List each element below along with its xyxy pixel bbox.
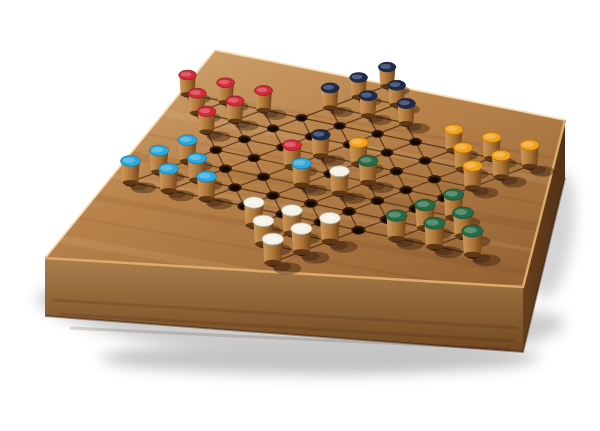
peg-top-highlight — [426, 220, 439, 226]
peg-black-5[interactable] — [359, 91, 377, 118]
peg-green-2[interactable] — [424, 217, 445, 249]
peg-top-highlight — [181, 72, 192, 77]
peg-top-highlight — [293, 225, 306, 231]
peg-top-highlight — [264, 235, 277, 241]
board-hole-center — [240, 137, 248, 142]
peg-top-highlight — [284, 142, 296, 147]
peg-top-highlight — [455, 144, 467, 149]
peg-top-highlight — [219, 80, 230, 85]
peg-top-highlight — [322, 214, 335, 220]
peg-base — [264, 260, 281, 266]
peg-top-highlight — [361, 93, 372, 98]
peg-orange-6[interactable] — [463, 160, 483, 190]
peg-black-7[interactable] — [311, 130, 330, 159]
peg-white-5[interactable] — [291, 223, 312, 255]
peg-white-6[interactable] — [262, 233, 284, 266]
peg-top-highlight — [380, 64, 390, 69]
peg-top-highlight — [151, 147, 163, 152]
peg-base — [360, 180, 376, 185]
peg-top-highlight — [161, 165, 173, 170]
peg-orange-5[interactable] — [491, 150, 511, 180]
board-hole-center — [306, 201, 315, 206]
board-hole-center — [392, 169, 401, 174]
peg-top-highlight — [189, 155, 201, 160]
peg-base — [361, 113, 375, 118]
peg-blue-1[interactable] — [121, 156, 141, 186]
peg-top-highlight — [390, 82, 401, 87]
peg-red-3[interactable] — [255, 86, 273, 113]
peg-black-6[interactable] — [397, 98, 415, 126]
peg-base — [228, 119, 243, 124]
peg-base — [313, 153, 328, 158]
board-hole-center — [344, 209, 353, 214]
peg-base — [199, 129, 214, 134]
peg-top-highlight — [313, 131, 324, 136]
peg-base — [522, 164, 537, 169]
peg-base — [160, 188, 176, 193]
board-hole-center — [402, 188, 411, 193]
board-hole-center — [298, 116, 306, 121]
board-hole-center — [411, 140, 419, 145]
board-hole-center — [374, 132, 382, 137]
peg-blue-7[interactable] — [292, 158, 312, 188]
peg-blue-2[interactable] — [158, 163, 178, 193]
peg-top-highlight — [284, 207, 297, 213]
peg-top-highlight — [332, 168, 344, 174]
peg-top-highlight — [257, 87, 268, 92]
peg-top-highlight — [464, 227, 477, 233]
peg-base — [198, 196, 214, 202]
board-hole-center — [212, 148, 220, 153]
peg-top-highlight — [360, 157, 372, 162]
peg-base — [388, 236, 405, 242]
peg-top-highlight — [190, 90, 201, 95]
board-hole-center — [354, 228, 363, 233]
peg-white-3[interactable] — [319, 212, 340, 244]
peg-base — [331, 190, 347, 196]
peg-blue-3[interactable] — [196, 171, 216, 201]
photo-scene — [0, 0, 600, 431]
board-hole-center — [421, 159, 429, 164]
peg-top-highlight — [417, 201, 430, 207]
peg-top-highlight — [388, 212, 401, 218]
peg-top-highlight — [484, 134, 496, 139]
peg-top-highlight — [493, 152, 505, 157]
peg-top-highlight — [199, 108, 210, 113]
peg-top-highlight — [399, 100, 410, 105]
peg-top-highlight — [465, 162, 477, 167]
board-hole-center — [269, 127, 277, 132]
peg-top-highlight — [351, 139, 363, 144]
peg-base — [293, 249, 310, 255]
board-hole-center — [231, 186, 240, 191]
peg-white-7[interactable] — [329, 166, 349, 196]
peg-green-1[interactable] — [386, 210, 407, 242]
board-hole-center — [383, 151, 391, 156]
peg-top-highlight — [446, 126, 457, 131]
peg-top-highlight — [455, 209, 468, 215]
board-hole-center — [336, 124, 344, 129]
chinese-checkers-board — [0, 0, 600, 431]
peg-green-7[interactable] — [358, 155, 378, 185]
peg-base — [464, 252, 481, 258]
peg-red-5[interactable] — [226, 96, 244, 124]
peg-top-highlight — [199, 173, 211, 179]
board-hole-center — [430, 177, 439, 182]
peg-green-3[interactable] — [462, 225, 484, 257]
peg-base — [294, 182, 310, 187]
peg-base — [493, 174, 509, 179]
peg-base — [426, 244, 443, 250]
peg-top-highlight — [294, 160, 306, 165]
peg-top-highlight — [323, 85, 334, 90]
peg-top-highlight — [352, 74, 363, 79]
peg-top-highlight — [123, 157, 135, 162]
peg-base — [323, 105, 337, 110]
peg-base — [321, 238, 338, 244]
peg-top-highlight — [445, 191, 457, 197]
peg-base — [256, 108, 270, 113]
board-hole-center — [373, 199, 382, 204]
board-hole-center — [250, 156, 258, 161]
peg-orange-3[interactable] — [520, 140, 539, 169]
peg-base — [123, 180, 139, 185]
board-hole-center — [259, 175, 268, 180]
board-hole-center — [269, 193, 278, 198]
peg-top-highlight — [228, 98, 239, 103]
board-hole-center — [221, 167, 230, 172]
peg-red-6[interactable] — [197, 106, 216, 134]
peg-top-highlight — [246, 199, 259, 205]
peg-black-4[interactable] — [321, 83, 339, 110]
peg-top-highlight — [522, 142, 534, 147]
peg-base — [399, 121, 414, 126]
peg-base — [465, 185, 481, 190]
peg-top-highlight — [180, 137, 192, 142]
peg-top-highlight — [255, 217, 268, 223]
